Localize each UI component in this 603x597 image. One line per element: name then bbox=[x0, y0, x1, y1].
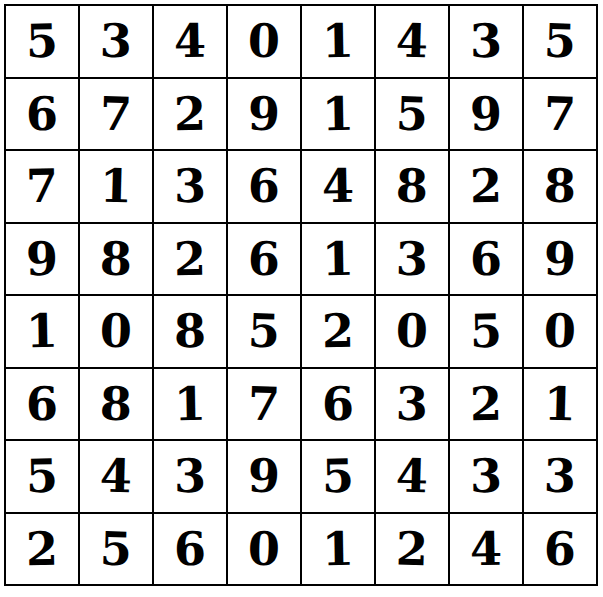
grid-cell-r1c6: 4 bbox=[376, 6, 448, 77]
digit-glyph: 0 bbox=[247, 525, 280, 572]
grid-cell-r5c8: 0 bbox=[524, 296, 596, 367]
digit-glyph: 2 bbox=[322, 308, 355, 355]
grid-cell-r1c5: 1 bbox=[302, 6, 374, 77]
grid-cell-r4c6: 3 bbox=[376, 224, 448, 295]
digit-glyph: 5 bbox=[470, 308, 503, 355]
grid-cell-r2c7: 9 bbox=[450, 79, 522, 150]
digit-glyph: 2 bbox=[470, 163, 503, 210]
grid-cell-r7c3: 3 bbox=[154, 441, 226, 512]
grid-cell-r7c1: 5 bbox=[6, 441, 78, 512]
digit-glyph: 6 bbox=[470, 235, 503, 282]
grid-cell-r6c5: 6 bbox=[302, 369, 374, 440]
digit-glyph: 9 bbox=[470, 90, 503, 137]
grid-cell-r4c5: 1 bbox=[302, 224, 374, 295]
digit-glyph: 1 bbox=[322, 18, 355, 65]
digit-glyph: 5 bbox=[26, 453, 59, 500]
digit-glyph: 1 bbox=[322, 90, 355, 137]
grid-cell-r4c1: 9 bbox=[6, 224, 78, 295]
grid-cell-r8c4: 0 bbox=[228, 514, 300, 585]
grid-cell-r1c1: 5 bbox=[6, 6, 78, 77]
digit-glyph: 6 bbox=[26, 90, 59, 137]
digit-glyph: 2 bbox=[174, 90, 207, 137]
grid-cell-r4c4: 6 bbox=[228, 224, 300, 295]
grid-cell-r2c8: 7 bbox=[524, 79, 596, 150]
digit-glyph: 7 bbox=[26, 163, 59, 210]
grid-cell-r3c4: 6 bbox=[228, 151, 300, 222]
grid-cell-r3c2: 1 bbox=[80, 151, 152, 222]
digit-glyph: 2 bbox=[26, 525, 59, 572]
digit-glyph: 8 bbox=[99, 235, 132, 282]
digit-glyph: 5 bbox=[247, 308, 280, 355]
grid-cell-r4c7: 6 bbox=[450, 224, 522, 295]
digit-glyph: 9 bbox=[543, 235, 576, 282]
grid-cell-r3c8: 8 bbox=[524, 151, 596, 222]
grid-cell-r3c1: 7 bbox=[6, 151, 78, 222]
grid-cell-r3c5: 4 bbox=[302, 151, 374, 222]
grid-cell-r1c2: 3 bbox=[80, 6, 152, 77]
grid-cell-r1c7: 3 bbox=[450, 6, 522, 77]
grid-cell-r3c7: 2 bbox=[450, 151, 522, 222]
grid-cell-r7c2: 4 bbox=[80, 441, 152, 512]
digit-glyph: 1 bbox=[322, 235, 355, 282]
digit-glyph: 0 bbox=[395, 308, 428, 355]
grid-cell-r8c1: 2 bbox=[6, 514, 78, 585]
digit-glyph: 5 bbox=[543, 18, 576, 65]
digit-glyph: 4 bbox=[322, 163, 355, 210]
grid-cell-r2c5: 1 bbox=[302, 79, 374, 150]
digit-glyph: 5 bbox=[99, 525, 132, 572]
digit-glyph: 2 bbox=[174, 235, 207, 282]
grid-cell-r7c8: 3 bbox=[524, 441, 596, 512]
digit-glyph: 1 bbox=[543, 380, 576, 427]
digit-glyph: 9 bbox=[247, 90, 280, 137]
grid-cell-r2c2: 7 bbox=[80, 79, 152, 150]
digit-glyph: 3 bbox=[174, 163, 207, 210]
grid-cell-r7c7: 3 bbox=[450, 441, 522, 512]
grid-cell-r8c5: 1 bbox=[302, 514, 374, 585]
digit-glyph: 1 bbox=[99, 163, 132, 210]
digit-glyph: 1 bbox=[26, 308, 59, 355]
digit-glyph: 0 bbox=[99, 308, 132, 355]
grid-cell-r2c1: 6 bbox=[6, 79, 78, 150]
digit-glyph: 4 bbox=[395, 18, 428, 65]
grid-cell-r1c3: 4 bbox=[154, 6, 226, 77]
digit-glyph: 3 bbox=[395, 380, 428, 427]
grid-cell-r5c7: 5 bbox=[450, 296, 522, 367]
grid-cell-r4c2: 8 bbox=[80, 224, 152, 295]
digit-glyph: 0 bbox=[543, 308, 576, 355]
digit-glyph: 4 bbox=[99, 453, 132, 500]
digit-glyph: 8 bbox=[99, 380, 132, 427]
grid-cell-r5c5: 2 bbox=[302, 296, 374, 367]
number-grid: 5340143567291597713648289826136910852050… bbox=[4, 4, 598, 586]
grid-cell-r5c3: 8 bbox=[154, 296, 226, 367]
digit-glyph: 9 bbox=[247, 453, 280, 500]
grid-cell-r2c3: 2 bbox=[154, 79, 226, 150]
digit-glyph: 6 bbox=[247, 163, 280, 210]
digit-glyph: 3 bbox=[470, 18, 503, 65]
grid-cell-r6c2: 8 bbox=[80, 369, 152, 440]
grid-cell-r8c7: 4 bbox=[450, 514, 522, 585]
digit-glyph: 3 bbox=[395, 235, 428, 282]
digit-glyph: 7 bbox=[99, 90, 132, 137]
digit-glyph: 5 bbox=[322, 453, 355, 500]
grid-cell-r6c4: 7 bbox=[228, 369, 300, 440]
digit-glyph: 4 bbox=[174, 18, 207, 65]
digit-glyph: 0 bbox=[247, 18, 280, 65]
digit-glyph: 1 bbox=[322, 525, 355, 572]
digit-glyph: 1 bbox=[174, 380, 207, 427]
digit-glyph: 7 bbox=[543, 90, 576, 137]
digit-glyph: 8 bbox=[395, 163, 428, 210]
grid-cell-r4c8: 9 bbox=[524, 224, 596, 295]
digit-glyph: 7 bbox=[247, 380, 280, 427]
grid-cell-r6c7: 2 bbox=[450, 369, 522, 440]
digit-glyph: 3 bbox=[99, 18, 132, 65]
grid-cell-r8c6: 2 bbox=[376, 514, 448, 585]
grid-cell-r3c3: 3 bbox=[154, 151, 226, 222]
digit-glyph: 3 bbox=[470, 453, 503, 500]
grid-cell-r1c8: 5 bbox=[524, 6, 596, 77]
grid-cell-r5c1: 1 bbox=[6, 296, 78, 367]
grid-cell-r6c3: 1 bbox=[154, 369, 226, 440]
grid-cell-r2c6: 5 bbox=[376, 79, 448, 150]
digit-glyph: 8 bbox=[543, 163, 576, 210]
digit-glyph: 5 bbox=[26, 18, 59, 65]
digit-glyph: 6 bbox=[247, 235, 280, 282]
digit-glyph: 3 bbox=[543, 453, 576, 500]
grid-cell-r1c4: 0 bbox=[228, 6, 300, 77]
digit-glyph: 8 bbox=[174, 308, 207, 355]
grid-cell-r5c4: 5 bbox=[228, 296, 300, 367]
digit-glyph: 4 bbox=[470, 525, 503, 572]
grid-cell-r6c8: 1 bbox=[524, 369, 596, 440]
digit-glyph: 2 bbox=[395, 525, 428, 572]
grid-cell-r8c3: 6 bbox=[154, 514, 226, 585]
grid-cell-r8c8: 6 bbox=[524, 514, 596, 585]
digit-glyph: 9 bbox=[26, 235, 59, 282]
grid-cell-r7c5: 5 bbox=[302, 441, 374, 512]
digit-glyph: 6 bbox=[26, 380, 59, 427]
grid-cell-r5c2: 0 bbox=[80, 296, 152, 367]
grid-cell-r2c4: 9 bbox=[228, 79, 300, 150]
digit-glyph: 3 bbox=[174, 453, 207, 500]
grid-cell-r6c6: 3 bbox=[376, 369, 448, 440]
grid-cell-r6c1: 6 bbox=[6, 369, 78, 440]
grid-cell-r3c6: 8 bbox=[376, 151, 448, 222]
digit-glyph: 4 bbox=[395, 453, 428, 500]
grid-cell-r4c3: 2 bbox=[154, 224, 226, 295]
digit-glyph: 6 bbox=[174, 525, 207, 572]
digit-glyph: 5 bbox=[395, 90, 428, 137]
grid-cell-r5c6: 0 bbox=[376, 296, 448, 367]
grid-cell-r8c2: 5 bbox=[80, 514, 152, 585]
grid-cell-r7c4: 9 bbox=[228, 441, 300, 512]
digit-glyph: 6 bbox=[322, 380, 355, 427]
digit-glyph: 6 bbox=[543, 525, 576, 572]
grid-cell-r7c6: 4 bbox=[376, 441, 448, 512]
digit-glyph: 2 bbox=[470, 380, 503, 427]
